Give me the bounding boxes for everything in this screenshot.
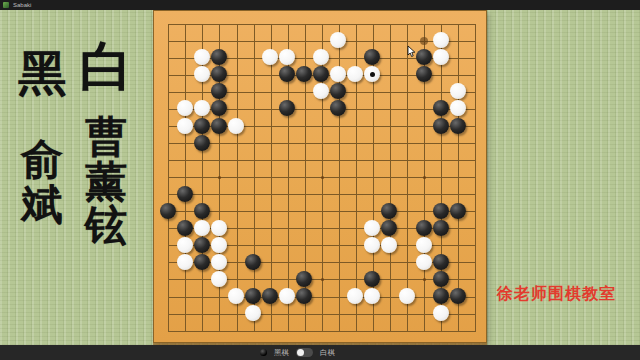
white-stone[interactable] xyxy=(330,32,346,48)
white-label-char: 白 xyxy=(80,40,133,93)
black-stone[interactable] xyxy=(177,220,193,236)
bottom-black-label: 黑棋 xyxy=(274,348,289,358)
white-stone[interactable] xyxy=(347,288,363,304)
black-stone[interactable] xyxy=(433,100,449,116)
white-stone[interactable] xyxy=(177,237,193,253)
white-name-char-2: 薰 xyxy=(85,160,127,205)
black-stone[interactable] xyxy=(211,49,227,65)
white-stone[interactable] xyxy=(347,66,363,82)
hoshi-point xyxy=(218,176,221,179)
white-stone[interactable] xyxy=(364,220,380,236)
title-bar: Sabaki xyxy=(0,0,640,10)
white-stone[interactable] xyxy=(399,288,415,304)
black-stone[interactable] xyxy=(194,118,210,134)
black-stone[interactable] xyxy=(160,203,176,219)
black-stone[interactable] xyxy=(245,288,261,304)
black-label-char: 黑 xyxy=(18,50,66,98)
black-name-char-1: 俞 xyxy=(21,138,63,183)
black-stone[interactable] xyxy=(211,66,227,82)
window-title: Sabaki xyxy=(13,0,31,10)
black-stone[interactable] xyxy=(330,83,346,99)
white-stone[interactable] xyxy=(194,100,210,116)
black-stone[interactable] xyxy=(211,83,227,99)
grid-line-vertical xyxy=(475,24,476,332)
hoshi-point xyxy=(423,176,426,179)
white-stone[interactable] xyxy=(177,118,193,134)
black-stone[interactable] xyxy=(450,118,466,134)
black-stone[interactable] xyxy=(450,288,466,304)
white-name-char-1: 曹 xyxy=(85,115,127,160)
white-stone[interactable] xyxy=(313,49,329,65)
black-stone[interactable] xyxy=(279,66,295,82)
black-stone[interactable] xyxy=(279,100,295,116)
black-stone[interactable] xyxy=(433,220,449,236)
white-stone[interactable] xyxy=(313,83,329,99)
grid-line-horizontal xyxy=(168,314,476,315)
white-stone[interactable] xyxy=(433,32,449,48)
mouse-cursor xyxy=(407,44,416,62)
black-stone[interactable] xyxy=(381,203,397,219)
white-stone[interactable] xyxy=(177,254,193,270)
grid-line-horizontal xyxy=(168,331,476,332)
black-stone[interactable] xyxy=(433,118,449,134)
black-stone[interactable] xyxy=(433,254,449,270)
black-stone[interactable] xyxy=(262,288,278,304)
black-stone[interactable] xyxy=(364,271,380,287)
bottom-white-label: 白棋 xyxy=(320,348,335,358)
white-stone[interactable] xyxy=(194,66,210,82)
white-stone[interactable] xyxy=(228,288,244,304)
black-stone[interactable] xyxy=(194,203,210,219)
white-stone[interactable] xyxy=(194,220,210,236)
white-stone[interactable] xyxy=(279,49,295,65)
grid-line-vertical xyxy=(390,24,391,332)
grid-line-horizontal xyxy=(168,211,476,212)
grid-line-vertical xyxy=(458,24,459,332)
black-stone[interactable] xyxy=(433,288,449,304)
black-stone[interactable] xyxy=(177,186,193,202)
black-name-char-2: 斌 xyxy=(21,183,63,228)
white-stone[interactable] xyxy=(279,288,295,304)
white-stone[interactable] xyxy=(450,83,466,99)
white-stone[interactable] xyxy=(364,237,380,253)
black-stone[interactable] xyxy=(245,254,261,270)
white-stone[interactable] xyxy=(433,49,449,65)
grid-line-horizontal xyxy=(168,194,476,195)
white-stone[interactable] xyxy=(211,254,227,270)
black-stone[interactable] xyxy=(433,271,449,287)
bottom-bar: 黑棋 白棋 xyxy=(0,345,640,360)
black-stone[interactable] xyxy=(330,100,346,116)
white-stone[interactable] xyxy=(330,66,346,82)
white-stone[interactable] xyxy=(416,237,432,253)
black-stone[interactable] xyxy=(416,66,432,82)
black-stone[interactable] xyxy=(194,135,210,151)
black-stone[interactable] xyxy=(450,203,466,219)
black-stone[interactable] xyxy=(211,118,227,134)
black-stone[interactable] xyxy=(211,100,227,116)
white-stone[interactable] xyxy=(433,305,449,321)
player-toggle[interactable] xyxy=(296,348,313,357)
classroom-watermark: 徐老师围棋教室 xyxy=(497,284,616,305)
white-stone[interactable] xyxy=(450,100,466,116)
black-stone[interactable] xyxy=(433,203,449,219)
white-stone[interactable] xyxy=(262,49,278,65)
black-stone[interactable] xyxy=(416,220,432,236)
black-stone[interactable] xyxy=(416,49,432,65)
white-stone[interactable] xyxy=(211,237,227,253)
black-stone[interactable] xyxy=(313,66,329,82)
black-stone[interactable] xyxy=(364,49,380,65)
black-stone[interactable] xyxy=(381,220,397,236)
hoshi-point xyxy=(321,176,324,179)
hoshi-point xyxy=(423,278,426,281)
white-stone[interactable] xyxy=(194,49,210,65)
black-stone[interactable] xyxy=(296,271,312,287)
grid-line-vertical xyxy=(407,24,408,332)
black-stone-icon xyxy=(260,349,267,356)
toggle-knob xyxy=(297,349,304,356)
sabaki-app-icon xyxy=(3,2,9,8)
white-name-char-3: 铉 xyxy=(85,204,127,249)
black-stone[interactable] xyxy=(194,254,210,270)
white-stone[interactable] xyxy=(381,237,397,253)
white-stone[interactable] xyxy=(416,254,432,270)
white-stone[interactable] xyxy=(211,271,227,287)
white-stone[interactable] xyxy=(228,118,244,134)
white-player-column: 白 曹 薰 铉 xyxy=(76,40,136,249)
black-stone[interactable] xyxy=(194,237,210,253)
goban[interactable] xyxy=(153,10,487,343)
black-stone[interactable] xyxy=(296,288,312,304)
white-stone[interactable] xyxy=(364,288,380,304)
grid-line-horizontal xyxy=(168,297,476,298)
white-stone[interactable] xyxy=(177,100,193,116)
black-player-column: 黑 俞 斌 xyxy=(14,50,70,227)
white-stone[interactable] xyxy=(245,305,261,321)
white-stone[interactable] xyxy=(211,220,227,236)
black-stone[interactable] xyxy=(296,66,312,82)
ghost-stone-preview xyxy=(420,37,428,45)
